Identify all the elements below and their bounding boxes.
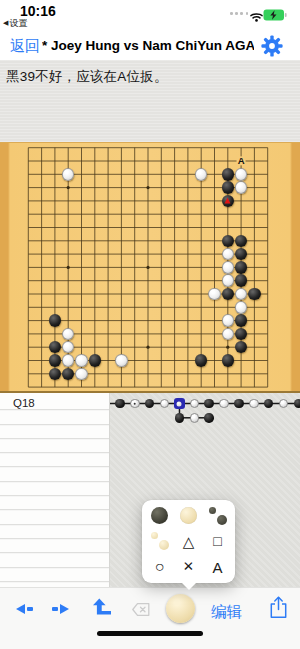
settings-gear-button[interactable] (261, 35, 283, 61)
app-screen: 10:16 ◀设置 返回 * Joey Hung vs Nam ChiYun A… (0, 0, 300, 649)
tree-node-black[interactable] (115, 399, 125, 409)
previous-move-button[interactable] (16, 604, 33, 614)
black-stone[interactable] (222, 235, 235, 248)
branch-up-arrow-icon (93, 598, 112, 616)
black-stone-icon (151, 507, 168, 524)
tree-node-selected[interactable] (174, 398, 186, 410)
delete-move-button-disabled[interactable] (132, 602, 150, 620)
white-stone[interactable] (75, 354, 88, 367)
black-stone[interactable] (49, 354, 62, 367)
tree-node-white[interactable] (219, 399, 229, 409)
tree-node-white[interactable] (249, 399, 259, 409)
current-move-triangle-marker (224, 197, 230, 203)
comment-text: 黑39不好，应该在A位扳。 (0, 60, 300, 86)
tree-node-black[interactable] (294, 399, 300, 409)
tree-node-white[interactable] (190, 413, 200, 423)
black-stone[interactable] (248, 288, 261, 301)
square-mark-tool[interactable]: □ (205, 529, 231, 553)
go-board[interactable]: A (0, 142, 300, 393)
white-stone[interactable] (222, 274, 235, 287)
tree-node-black[interactable] (175, 413, 185, 423)
black-stone[interactable] (222, 181, 235, 194)
white-stone[interactable] (235, 301, 248, 314)
tree-node-black[interactable] (204, 399, 214, 409)
battery-charging-icon (263, 7, 287, 25)
tree-node-white[interactable] (130, 399, 140, 409)
white-stone[interactable] (222, 314, 235, 327)
black-stone[interactable] (222, 168, 235, 181)
white-stone-icon (180, 507, 197, 524)
game-title: * Joey Hung vs Nam ChiYun AGA_… (42, 38, 254, 53)
white-stones-pair-icon (151, 532, 169, 550)
black-stone[interactable] (235, 261, 248, 274)
black-stone[interactable] (222, 354, 235, 367)
annotation-palette-popup: △□○✕A (142, 500, 235, 583)
black-stones-pair-icon (209, 507, 227, 525)
letter-mark-tool-icon: A (212, 560, 222, 575)
nav-bar: 返回 * Joey Hung vs Nam ChiYun AGA_… (0, 28, 300, 60)
white-stone[interactable] (208, 288, 221, 301)
current-move-label[interactable]: Q18 (13, 397, 35, 409)
triangle-mark-tool-icon: △ (183, 534, 195, 549)
tree-node-black[interactable] (204, 413, 214, 423)
tree-node-dot (177, 401, 182, 406)
wifi-icon (250, 8, 263, 26)
x-mark-tool[interactable]: ✕ (176, 555, 202, 579)
white-stone[interactable] (75, 368, 88, 381)
back-to-app-label: 设置 (9, 18, 27, 28)
black-stone[interactable] (49, 314, 62, 327)
white-stone[interactable] (62, 168, 75, 181)
back-to-app-chevron-icon: ◀ (3, 19, 8, 26)
comment-area[interactable]: 黑39不好，应该在A位扳。 (0, 60, 300, 142)
board-letter-label: A (237, 156, 246, 165)
move-list-panel[interactable]: Q18 (0, 393, 110, 587)
share-icon (269, 596, 288, 619)
home-indicator[interactable] (97, 631, 203, 636)
black-stone[interactable] (89, 354, 102, 367)
letter-mark-tool[interactable]: A (205, 555, 231, 579)
white-stone[interactable] (115, 354, 128, 367)
backspace-icon (132, 603, 150, 616)
white-stone[interactable] (195, 168, 208, 181)
white-stone[interactable] (222, 261, 235, 274)
white-stone-tool[interactable] (176, 504, 202, 528)
back-button[interactable]: 返回 (10, 37, 40, 56)
bottom-toolbar (0, 587, 300, 649)
tree-node-dot (134, 402, 137, 405)
tree-node-black[interactable] (234, 399, 244, 409)
triangle-mark-tool[interactable]: △ (176, 529, 202, 553)
square-mark-tool-icon: □ (213, 534, 221, 548)
black-stone-tool[interactable] (147, 504, 173, 528)
circle-mark-tool-icon: ○ (155, 559, 165, 575)
circle-mark-tool[interactable]: ○ (147, 555, 173, 579)
next-move-arrow-icon (60, 604, 69, 614)
current-tool-stone-button[interactable] (166, 594, 195, 623)
cellular-signal-icon (230, 12, 248, 15)
share-button[interactable] (269, 596, 288, 623)
x-mark-tool-icon: ✕ (183, 560, 194, 574)
black-stones-pair-tool[interactable] (205, 504, 231, 528)
edit-button[interactable]: 编辑 (211, 602, 242, 623)
white-stone[interactable] (235, 168, 248, 181)
next-move-button[interactable] (52, 604, 69, 614)
previous-move-arrow-icon (16, 604, 25, 614)
jump-to-branch-button[interactable] (93, 598, 112, 620)
white-stones-pair-tool[interactable] (147, 529, 173, 553)
status-bar: 10:16 ◀设置 (0, 0, 300, 28)
